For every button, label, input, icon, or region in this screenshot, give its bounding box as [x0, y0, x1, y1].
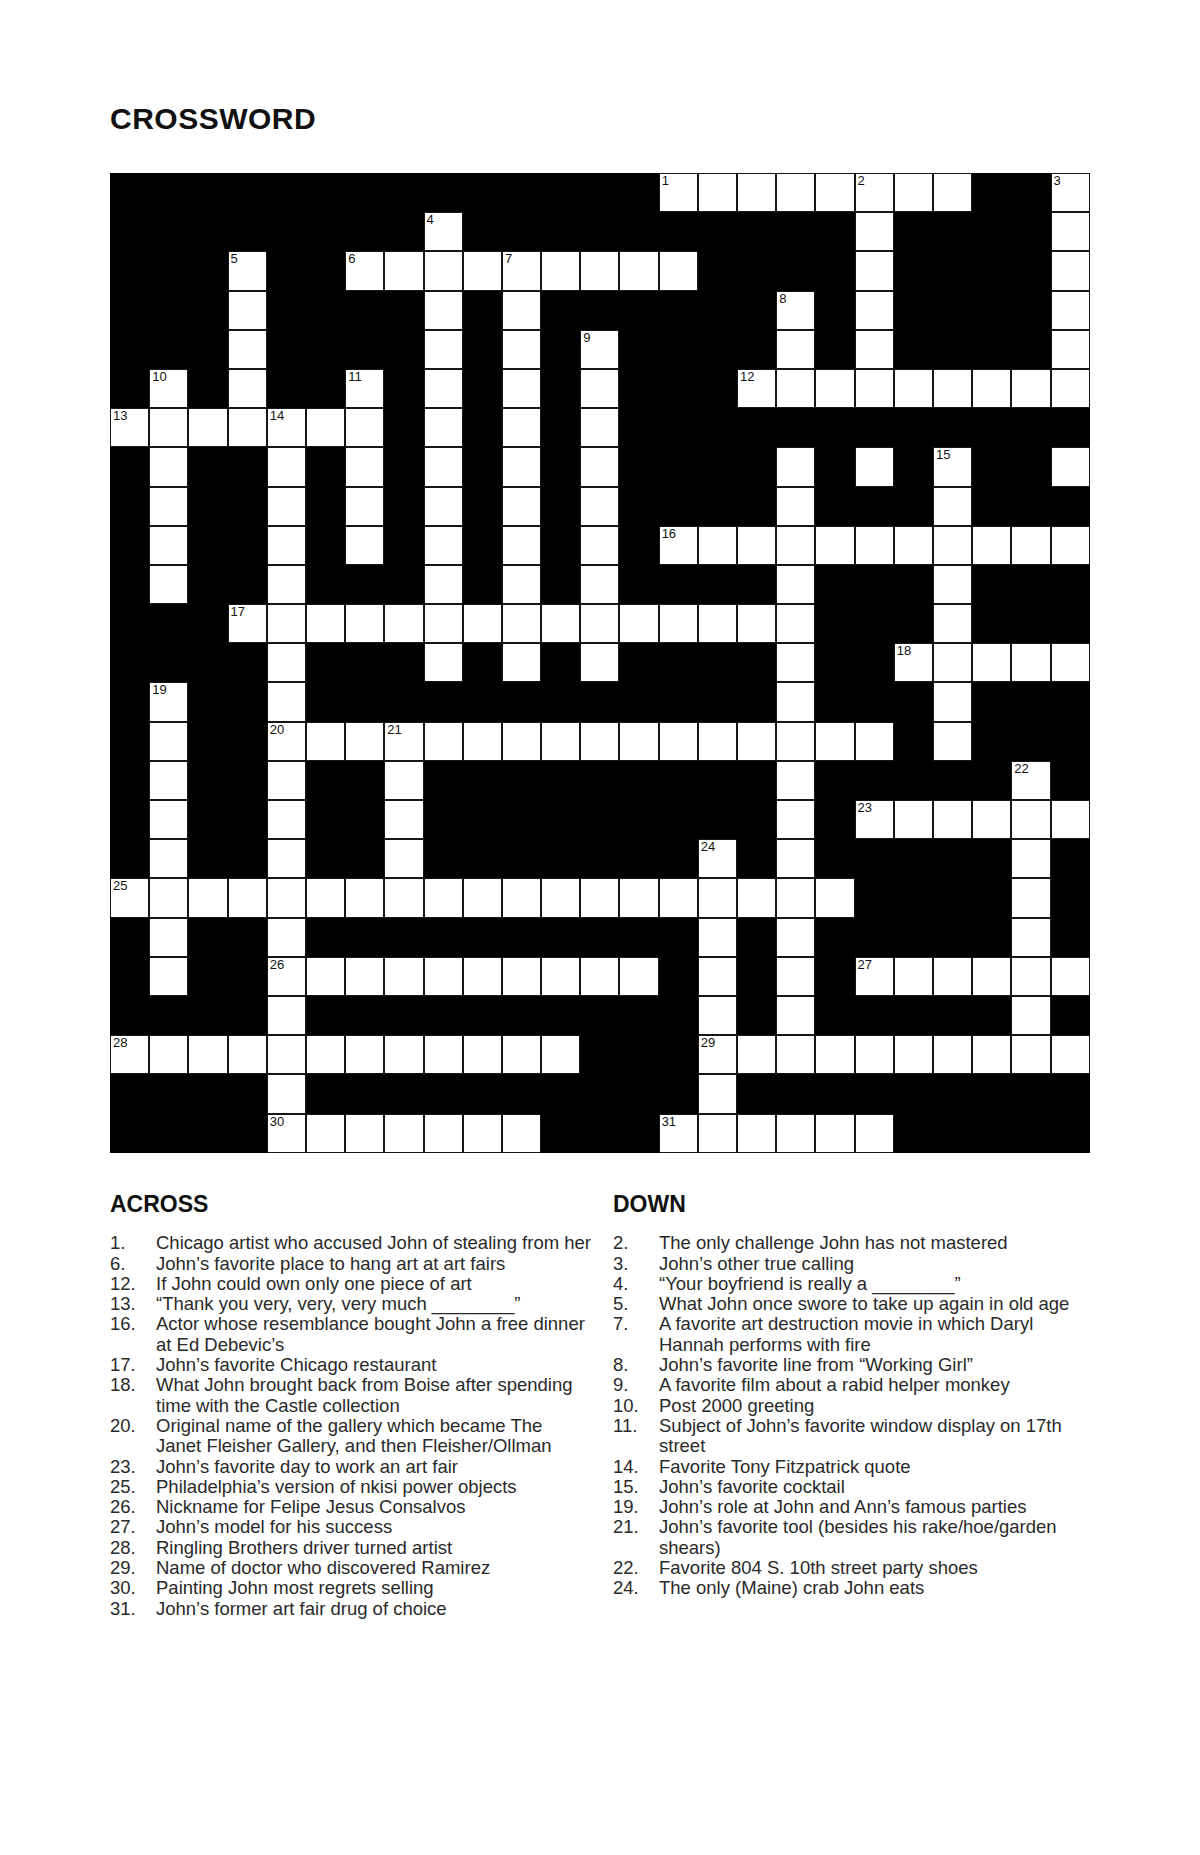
cell-r25c19[interactable]: [815, 1114, 854, 1153]
cell-r4c9[interactable]: [424, 291, 463, 330]
cell-r23c1[interactable]: 28: [110, 1035, 149, 1074]
cell-r11c13[interactable]: [580, 565, 619, 604]
cell-r22c5[interactable]: [267, 996, 306, 1035]
cell-r6c13[interactable]: [580, 369, 619, 408]
cell-r10c18[interactable]: [776, 526, 815, 565]
cell-r17c21[interactable]: [894, 800, 933, 839]
cell-r25c7[interactable]: [345, 1114, 384, 1153]
across-clue-29: 29.Name of doctor who discovered Ramirez: [110, 1558, 592, 1578]
cell-r15c2[interactable]: [149, 722, 188, 761]
cell-r10c19[interactable]: [815, 526, 854, 565]
cell-r19c9[interactable]: [424, 878, 463, 917]
cell-r9c9[interactable]: [424, 487, 463, 526]
cell-r24c16[interactable]: [698, 1074, 737, 1113]
cell-r6c25[interactable]: [1051, 369, 1090, 408]
cell-r15c19[interactable]: [815, 722, 854, 761]
cell-r12c15[interactable]: [659, 604, 698, 643]
block-r6c3: [188, 369, 227, 408]
cell-r19c1[interactable]: 25: [110, 878, 149, 917]
cell-r21c6[interactable]: [306, 957, 345, 996]
cell-r23c3[interactable]: [188, 1035, 227, 1074]
cell-r15c18[interactable]: [776, 722, 815, 761]
cell-r2c9[interactable]: 4: [424, 212, 463, 251]
block-r8c10: [463, 447, 502, 486]
cell-r5c9[interactable]: [424, 330, 463, 369]
block-r14c19: [815, 682, 854, 721]
cell-r12c11[interactable]: [502, 604, 541, 643]
cell-r25c20[interactable]: [855, 1114, 894, 1153]
cell-r22c24[interactable]: [1011, 996, 1050, 1035]
cell-r19c13[interactable]: [580, 878, 619, 917]
cell-r3c10[interactable]: [463, 251, 502, 290]
block-r7c8: [384, 408, 423, 447]
cell-r19c17[interactable]: [737, 878, 776, 917]
cell-r15c9[interactable]: [424, 722, 463, 761]
clue-number-9: 9: [583, 331, 590, 345]
cell-r6c19[interactable]: [815, 369, 854, 408]
cell-r6c2[interactable]: 10: [149, 369, 188, 408]
block-r16c9: [424, 761, 463, 800]
block-r13c20: [855, 643, 894, 682]
cell-r2c25[interactable]: [1051, 212, 1090, 251]
cell-r13c13[interactable]: [580, 643, 619, 682]
cell-r2c20[interactable]: [855, 212, 894, 251]
cell-r15c11[interactable]: [502, 722, 541, 761]
cell-r19c7[interactable]: [345, 878, 384, 917]
cell-r3c15[interactable]: [659, 251, 698, 290]
cell-r13c24[interactable]: [1011, 643, 1050, 682]
down-clue-19: 19.John’s role at John and Ann’s famous …: [613, 1497, 1095, 1517]
cell-r23c12[interactable]: [541, 1035, 580, 1074]
cell-r6c11[interactable]: [502, 369, 541, 408]
cell-r4c11[interactable]: [502, 291, 541, 330]
cell-r10c15[interactable]: 16: [659, 526, 698, 565]
cell-r16c24[interactable]: 22: [1011, 761, 1050, 800]
cell-r6c18[interactable]: [776, 369, 815, 408]
cell-r21c8[interactable]: [384, 957, 423, 996]
cell-r23c24[interactable]: [1011, 1035, 1050, 1074]
cell-r4c18[interactable]: 8: [776, 291, 815, 330]
cell-r9c11[interactable]: [502, 487, 541, 526]
cell-r12c16[interactable]: [698, 604, 737, 643]
cell-r21c11[interactable]: [502, 957, 541, 996]
cell-r19c15[interactable]: [659, 878, 698, 917]
cell-r19c4[interactable]: [228, 878, 267, 917]
cell-r10c25[interactable]: [1051, 526, 1090, 565]
cell-r23c17[interactable]: [737, 1035, 776, 1074]
cell-r4c20[interactable]: [855, 291, 894, 330]
cell-r21c13[interactable]: [580, 957, 619, 996]
cell-r13c21[interactable]: 18: [894, 643, 933, 682]
clue-num-label: 28.: [110, 1538, 156, 1558]
cell-r25c9[interactable]: [424, 1114, 463, 1153]
cell-r14c22[interactable]: [933, 682, 972, 721]
cell-r6c9[interactable]: [424, 369, 463, 408]
cell-r3c14[interactable]: [619, 251, 658, 290]
cell-r15c10[interactable]: [463, 722, 502, 761]
cell-r23c25[interactable]: [1051, 1035, 1090, 1074]
cell-r23c21[interactable]: [894, 1035, 933, 1074]
cell-r13c11[interactable]: [502, 643, 541, 682]
cell-r3c4[interactable]: 5: [228, 251, 267, 290]
cell-r10c20[interactable]: [855, 526, 894, 565]
cell-r24c5[interactable]: [267, 1074, 306, 1113]
cell-r3c9[interactable]: [424, 251, 463, 290]
cell-r3c25[interactable]: [1051, 251, 1090, 290]
cell-r12c22[interactable]: [933, 604, 972, 643]
cell-r3c7[interactable]: 6: [345, 251, 384, 290]
cell-r17c20[interactable]: 23: [855, 800, 894, 839]
block-r2c24: [1011, 212, 1050, 251]
cell-r17c18[interactable]: [776, 800, 815, 839]
cell-r10c17[interactable]: [737, 526, 776, 565]
cell-r21c22[interactable]: [933, 957, 972, 996]
block-r24c2: [149, 1074, 188, 1113]
block-r6c15: [659, 369, 698, 408]
cell-r7c5[interactable]: 14: [267, 408, 306, 447]
block-r11c23: [972, 565, 1011, 604]
cell-r12c13[interactable]: [580, 604, 619, 643]
cell-r21c5[interactable]: 26: [267, 957, 306, 996]
cell-r5c25[interactable]: [1051, 330, 1090, 369]
cell-r13c18[interactable]: [776, 643, 815, 682]
cell-r10c22[interactable]: [933, 526, 972, 565]
cell-r20c24[interactable]: [1011, 918, 1050, 957]
cell-r19c2[interactable]: [149, 878, 188, 917]
cell-r15c15[interactable]: [659, 722, 698, 761]
cell-r19c24[interactable]: [1011, 878, 1050, 917]
cell-r19c12[interactable]: [541, 878, 580, 917]
cell-r23c18[interactable]: [776, 1035, 815, 1074]
cell-r23c10[interactable]: [463, 1035, 502, 1074]
cell-r12c18[interactable]: [776, 604, 815, 643]
cell-r3c12[interactable]: [541, 251, 580, 290]
cell-r14c18[interactable]: [776, 682, 815, 721]
cell-r17c8[interactable]: [384, 800, 423, 839]
cell-r19c18[interactable]: [776, 878, 815, 917]
cell-r3c13[interactable]: [580, 251, 619, 290]
cell-r21c10[interactable]: [463, 957, 502, 996]
block-r5c10: [463, 330, 502, 369]
cell-r14c2[interactable]: 19: [149, 682, 188, 721]
cell-r12c5[interactable]: [267, 604, 306, 643]
cell-r19c5[interactable]: [267, 878, 306, 917]
cell-r19c8[interactable]: [384, 878, 423, 917]
cell-r25c17[interactable]: [737, 1114, 776, 1153]
block-r21c17: [737, 957, 776, 996]
cell-r12c14[interactable]: [619, 604, 658, 643]
clue-text: What John brought back from Boise after …: [156, 1375, 592, 1416]
clue-number-2: 2: [858, 174, 865, 188]
cell-r12c8[interactable]: [384, 604, 423, 643]
cell-r21c7[interactable]: [345, 957, 384, 996]
cell-r13c22[interactable]: [933, 643, 972, 682]
cell-r21c25[interactable]: [1051, 957, 1090, 996]
cell-r25c6[interactable]: [306, 1114, 345, 1153]
cell-r15c12[interactable]: [541, 722, 580, 761]
cell-r6c20[interactable]: [855, 369, 894, 408]
cell-r25c10[interactable]: [463, 1114, 502, 1153]
cell-r1c20[interactable]: 2: [855, 173, 894, 212]
cell-r23c8[interactable]: [384, 1035, 423, 1074]
cell-r22c16[interactable]: [698, 996, 737, 1035]
cell-r21c18[interactable]: [776, 957, 815, 996]
cell-r15c8[interactable]: 21: [384, 722, 423, 761]
cell-r1c15[interactable]: 1: [659, 173, 698, 212]
cell-r3c8[interactable]: [384, 251, 423, 290]
cell-r8c22[interactable]: 15: [933, 447, 972, 486]
cell-r23c2[interactable]: [149, 1035, 188, 1074]
cell-r25c16[interactable]: [698, 1114, 737, 1153]
cell-r3c20[interactable]: [855, 251, 894, 290]
cell-r11c2[interactable]: [149, 565, 188, 604]
cell-r1c18[interactable]: [776, 173, 815, 212]
cell-r18c18[interactable]: [776, 839, 815, 878]
cell-r19c14[interactable]: [619, 878, 658, 917]
cell-r19c3[interactable]: [188, 878, 227, 917]
cell-r21c23[interactable]: [972, 957, 1011, 996]
block-r1c6: [306, 173, 345, 212]
cell-r19c16[interactable]: [698, 878, 737, 917]
cell-r18c8[interactable]: [384, 839, 423, 878]
cell-r23c7[interactable]: [345, 1035, 384, 1074]
clue-text: John’s other true calling: [659, 1254, 1095, 1274]
cell-r1c19[interactable]: [815, 173, 854, 212]
cell-r11c11[interactable]: [502, 565, 541, 604]
block-r14c15: [659, 682, 698, 721]
cell-r7c2[interactable]: [149, 408, 188, 447]
cell-r20c2[interactable]: [149, 918, 188, 957]
block-r4c13: [580, 291, 619, 330]
cell-r16c18[interactable]: [776, 761, 815, 800]
cell-r11c9[interactable]: [424, 565, 463, 604]
cell-r8c25[interactable]: [1051, 447, 1090, 486]
cell-r18c16[interactable]: 24: [698, 839, 737, 878]
block-r21c1: [110, 957, 149, 996]
cell-r12c7[interactable]: [345, 604, 384, 643]
cell-r12c6[interactable]: [306, 604, 345, 643]
cell-r25c8[interactable]: [384, 1114, 423, 1153]
cell-r23c16[interactable]: 29: [698, 1035, 737, 1074]
cell-r20c16[interactable]: [698, 918, 737, 957]
block-r2c15: [659, 212, 698, 251]
cell-r12c10[interactable]: [463, 604, 502, 643]
down-clue-list: 2.The only challenge John has not master…: [613, 1233, 1095, 1598]
cell-r8c7[interactable]: [345, 447, 384, 486]
cell-r1c16[interactable]: [698, 173, 737, 212]
cell-r11c5[interactable]: [267, 565, 306, 604]
cell-r5c20[interactable]: [855, 330, 894, 369]
cell-r12c12[interactable]: [541, 604, 580, 643]
cell-r16c8[interactable]: [384, 761, 423, 800]
cell-r17c5[interactable]: [267, 800, 306, 839]
cell-r15c14[interactable]: [619, 722, 658, 761]
block-r22c7: [345, 996, 384, 1035]
cell-r21c2[interactable]: [149, 957, 188, 996]
cell-r19c10[interactable]: [463, 878, 502, 917]
cell-r13c9[interactable]: [424, 643, 463, 682]
cell-r21c12[interactable]: [541, 957, 580, 996]
block-r9c17: [737, 487, 776, 526]
cell-r7c9[interactable]: [424, 408, 463, 447]
block-r25c13: [580, 1114, 619, 1153]
cell-r14c5[interactable]: [267, 682, 306, 721]
cell-r15c22[interactable]: [933, 722, 972, 761]
cell-r10c9[interactable]: [424, 526, 463, 565]
cell-r9c7[interactable]: [345, 487, 384, 526]
cell-r23c19[interactable]: [815, 1035, 854, 1074]
cell-r21c16[interactable]: [698, 957, 737, 996]
cell-r7c11[interactable]: [502, 408, 541, 447]
cell-r21c9[interactable]: [424, 957, 463, 996]
block-r1c7: [345, 173, 384, 212]
cell-r1c22[interactable]: [933, 173, 972, 212]
clue-number-11: 11: [348, 370, 362, 384]
cell-r10c16[interactable]: [698, 526, 737, 565]
cell-r23c4[interactable]: [228, 1035, 267, 1074]
cell-r9c22[interactable]: [933, 487, 972, 526]
cell-r18c2[interactable]: [149, 839, 188, 878]
cell-r5c13[interactable]: 9: [580, 330, 619, 369]
cell-r7c3[interactable]: [188, 408, 227, 447]
clue-number-13: 13: [113, 409, 127, 423]
cell-r6c17[interactable]: 12: [737, 369, 776, 408]
cell-r12c9[interactable]: [424, 604, 463, 643]
cell-r17c23[interactable]: [972, 800, 1011, 839]
cell-r5c4[interactable]: [228, 330, 267, 369]
cell-r18c5[interactable]: [267, 839, 306, 878]
cell-r15c17[interactable]: [737, 722, 776, 761]
cell-r17c24[interactable]: [1011, 800, 1050, 839]
cell-r7c4[interactable]: [228, 408, 267, 447]
cell-r21c21[interactable]: [894, 957, 933, 996]
cell-r15c7[interactable]: [345, 722, 384, 761]
cell-r23c9[interactable]: [424, 1035, 463, 1074]
cell-r8c13[interactable]: [580, 447, 619, 486]
cell-r17c25[interactable]: [1051, 800, 1090, 839]
cell-r9c18[interactable]: [776, 487, 815, 526]
cell-r15c6[interactable]: [306, 722, 345, 761]
cell-r17c22[interactable]: [933, 800, 972, 839]
cell-r10c13[interactable]: [580, 526, 619, 565]
cell-r8c18[interactable]: [776, 447, 815, 486]
cell-r23c20[interactable]: [855, 1035, 894, 1074]
cell-r23c5[interactable]: [267, 1035, 306, 1074]
cell-r10c11[interactable]: [502, 526, 541, 565]
cell-r7c6[interactable]: [306, 408, 345, 447]
cell-r11c22[interactable]: [933, 565, 972, 604]
cell-r6c21[interactable]: [894, 369, 933, 408]
cell-r21c20[interactable]: 27: [855, 957, 894, 996]
block-r10c3: [188, 526, 227, 565]
cell-r23c6[interactable]: [306, 1035, 345, 1074]
cell-r21c24[interactable]: [1011, 957, 1050, 996]
cell-r8c9[interactable]: [424, 447, 463, 486]
cell-r1c25[interactable]: 3: [1051, 173, 1090, 212]
block-r16c11: [502, 761, 541, 800]
block-r16c7: [345, 761, 384, 800]
cell-r7c1[interactable]: 13: [110, 408, 149, 447]
clue-number-8: 8: [779, 292, 786, 306]
cell-r3c11[interactable]: 7: [502, 251, 541, 290]
cell-r13c23[interactable]: [972, 643, 1011, 682]
cell-r25c15[interactable]: 31: [659, 1114, 698, 1153]
cell-r6c22[interactable]: [933, 369, 972, 408]
cell-r6c4[interactable]: [228, 369, 267, 408]
cell-r6c24[interactable]: [1011, 369, 1050, 408]
cell-r11c18[interactable]: [776, 565, 815, 604]
cell-r23c11[interactable]: [502, 1035, 541, 1074]
cell-r15c13[interactable]: [580, 722, 619, 761]
cell-r12c4[interactable]: 17: [228, 604, 267, 643]
cell-r10c24[interactable]: [1011, 526, 1050, 565]
cell-r6c7[interactable]: 11: [345, 369, 384, 408]
cell-r17c2[interactable]: [149, 800, 188, 839]
cell-r8c5[interactable]: [267, 447, 306, 486]
cell-r8c20[interactable]: [855, 447, 894, 486]
cell-r10c7[interactable]: [345, 526, 384, 565]
block-r3c22: [933, 251, 972, 290]
cell-r9c5[interactable]: [267, 487, 306, 526]
cell-r15c16[interactable]: [698, 722, 737, 761]
cell-r4c4[interactable]: [228, 291, 267, 330]
cell-r8c11[interactable]: [502, 447, 541, 486]
cell-r8c2[interactable]: [149, 447, 188, 486]
cell-r19c11[interactable]: [502, 878, 541, 917]
cell-r23c22[interactable]: [933, 1035, 972, 1074]
cell-r22c18[interactable]: [776, 996, 815, 1035]
cell-r1c21[interactable]: [894, 173, 933, 212]
block-r11c21: [894, 565, 933, 604]
cell-r25c11[interactable]: [502, 1114, 541, 1153]
cell-r13c5[interactable]: [267, 643, 306, 682]
cell-r13c25[interactable]: [1051, 643, 1090, 682]
cell-r12c17[interactable]: [737, 604, 776, 643]
cell-r20c5[interactable]: [267, 918, 306, 957]
cell-r25c18[interactable]: [776, 1114, 815, 1153]
cell-r10c21[interactable]: [894, 526, 933, 565]
cell-r16c5[interactable]: [267, 761, 306, 800]
block-r14c20: [855, 682, 894, 721]
block-r2c21: [894, 212, 933, 251]
cell-r1c17[interactable]: [737, 173, 776, 212]
cell-r20c18[interactable]: [776, 918, 815, 957]
cell-r9c13[interactable]: [580, 487, 619, 526]
cell-r15c5[interactable]: 20: [267, 722, 306, 761]
cell-r7c13[interactable]: [580, 408, 619, 447]
clue-num-label: 30.: [110, 1578, 156, 1598]
cell-r10c2[interactable]: [149, 526, 188, 565]
cell-r9c2[interactable]: [149, 487, 188, 526]
cell-r7c7[interactable]: [345, 408, 384, 447]
cell-r16c2[interactable]: [149, 761, 188, 800]
cell-r19c6[interactable]: [306, 878, 345, 917]
cell-r10c5[interactable]: [267, 526, 306, 565]
cell-r10c23[interactable]: [972, 526, 1011, 565]
cell-r23c23[interactable]: [972, 1035, 1011, 1074]
block-r11c14: [619, 565, 658, 604]
cell-r19c19[interactable]: [815, 878, 854, 917]
cell-r6c23[interactable]: [972, 369, 1011, 408]
cell-r21c14[interactable]: [619, 957, 658, 996]
cell-r4c25[interactable]: [1051, 291, 1090, 330]
cell-r15c20[interactable]: [855, 722, 894, 761]
cell-r5c11[interactable]: [502, 330, 541, 369]
cell-r25c5[interactable]: 30: [267, 1114, 306, 1153]
cell-r5c18[interactable]: [776, 330, 815, 369]
block-r9c14: [619, 487, 658, 526]
cell-r18c24[interactable]: [1011, 839, 1050, 878]
